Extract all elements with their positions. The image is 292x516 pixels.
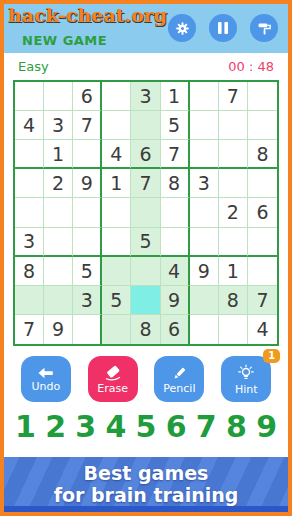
cell-r8c2[interactable]: [44, 286, 73, 315]
cell-r8c9[interactable]: 7: [248, 286, 277, 315]
settings-button[interactable]: [168, 14, 196, 42]
header-buttons: [168, 14, 278, 42]
cell-r6c7[interactable]: [190, 228, 219, 257]
cell-r7c3[interactable]: 5: [73, 257, 102, 286]
cell-r6c4[interactable]: [102, 228, 131, 257]
cell-r3c9[interactable]: 8: [248, 140, 277, 169]
cell-r9c1[interactable]: 7: [15, 315, 44, 344]
erase-label: Erase: [97, 383, 128, 394]
controls-bar: Undo Erase Pencil 1: [4, 356, 288, 402]
cell-r9c5[interactable]: 8: [131, 315, 160, 344]
cell-r8c4[interactable]: 5: [102, 286, 131, 315]
cell-r2c4[interactable]: [102, 111, 131, 140]
hint-button[interactable]: 1 Hint: [221, 356, 271, 402]
cell-r8c8[interactable]: 8: [219, 286, 248, 315]
erase-button[interactable]: Erase: [88, 356, 138, 402]
ad-banner-line1: Best games: [4, 463, 288, 485]
cell-r7c2[interactable]: [44, 257, 73, 286]
cell-r9c3[interactable]: [73, 315, 102, 344]
numpad-digit-2[interactable]: 2: [45, 412, 66, 442]
numpad-digit-4[interactable]: 4: [105, 412, 126, 442]
cell-r5c8[interactable]: 2: [219, 198, 248, 227]
cell-r2c8[interactable]: [219, 111, 248, 140]
numpad-digit-6[interactable]: 6: [166, 412, 187, 442]
cell-r8c7[interactable]: [190, 286, 219, 315]
cell-r9c6[interactable]: 6: [161, 315, 190, 344]
numpad-digit-1[interactable]: 1: [15, 412, 36, 442]
cell-r6c3[interactable]: [73, 228, 102, 257]
cell-r1c3[interactable]: 6: [73, 82, 102, 111]
cell-r7c6[interactable]: 4: [161, 257, 190, 286]
cell-r1c2[interactable]: [44, 82, 73, 111]
ad-banner-line2: for brain training: [4, 485, 288, 507]
cell-r7c1[interactable]: 8: [15, 257, 44, 286]
undo-button[interactable]: Undo: [21, 356, 71, 402]
cell-r8c5[interactable]: [131, 286, 160, 315]
watermark: hack-cheat.org: [8, 4, 167, 26]
cell-r1c8[interactable]: 7: [219, 82, 248, 111]
lightbulb-icon: [236, 364, 256, 383]
cell-r5c7[interactable]: [190, 198, 219, 227]
cell-r9c2[interactable]: 9: [44, 315, 73, 344]
cell-r9c9[interactable]: 4: [248, 315, 277, 344]
cell-r9c8[interactable]: [219, 315, 248, 344]
cell-r6c8[interactable]: [219, 228, 248, 257]
cell-r9c4[interactable]: [102, 315, 131, 344]
cell-r7c9[interactable]: [248, 257, 277, 286]
cell-r3c3[interactable]: [73, 140, 102, 169]
paint-roller-icon: [257, 21, 272, 36]
cell-r3c7[interactable]: [190, 140, 219, 169]
cell-r4c3[interactable]: 9: [73, 169, 102, 198]
cell-r7c5[interactable]: [131, 257, 160, 286]
cell-r3c4[interactable]: 4: [102, 140, 131, 169]
cell-r6c5[interactable]: 5: [131, 228, 160, 257]
cell-r4c2[interactable]: 2: [44, 169, 73, 198]
ad-banner-strip: [4, 506, 288, 512]
gear-icon: [175, 21, 190, 36]
cell-r5c2[interactable]: [44, 198, 73, 227]
numpad-digit-3[interactable]: 3: [75, 412, 96, 442]
cell-r1c6[interactable]: 1: [161, 82, 190, 111]
cell-r1c5[interactable]: 3: [131, 82, 160, 111]
cell-r3c8[interactable]: [219, 140, 248, 169]
cell-r7c7[interactable]: 9: [190, 257, 219, 286]
cell-r3c6[interactable]: 7: [161, 140, 190, 169]
cell-r8c1[interactable]: [15, 286, 44, 315]
theme-button[interactable]: [250, 14, 278, 42]
cell-r1c4[interactable]: [102, 82, 131, 111]
ad-banner[interactable]: Best games for brain training: [4, 457, 288, 512]
cell-r8c3[interactable]: 3: [73, 286, 102, 315]
cell-r7c4[interactable]: [102, 257, 131, 286]
cell-r3c5[interactable]: 6: [131, 140, 160, 169]
pencil-label: Pencil: [163, 383, 195, 394]
cell-r4c7[interactable]: 3: [190, 169, 219, 198]
cell-r5c4[interactable]: [102, 198, 131, 227]
cell-r2c9[interactable]: [248, 111, 277, 140]
cell-r4c6[interactable]: 8: [161, 169, 190, 198]
page-title: NEW GAME: [22, 33, 107, 48]
numpad-digit-7[interactable]: 7: [196, 412, 217, 442]
cell-r6c2[interactable]: [44, 228, 73, 257]
pause-icon: [217, 21, 229, 35]
pause-button[interactable]: [209, 14, 237, 42]
cell-r4c1[interactable]: [15, 169, 44, 198]
cell-r5c5[interactable]: [131, 198, 160, 227]
numpad-digit-5[interactable]: 5: [136, 412, 157, 442]
pencil-button[interactable]: Pencil: [154, 356, 204, 402]
cell-r2c2[interactable]: 3: [44, 111, 73, 140]
cell-r2c6[interactable]: 5: [161, 111, 190, 140]
undo-label: Undo: [31, 381, 60, 392]
number-pad: 123456789: [4, 402, 288, 452]
cell-r5c1[interactable]: [15, 198, 44, 227]
cell-r6c6[interactable]: [161, 228, 190, 257]
app-window: hack-cheat.org NEW GAME: [0, 0, 292, 516]
pencil-icon: [171, 365, 188, 382]
cell-r6c1[interactable]: 3: [15, 228, 44, 257]
cell-r3c2[interactable]: 1: [44, 140, 73, 169]
cell-r4c8[interactable]: [219, 169, 248, 198]
cell-r5c3[interactable]: [73, 198, 102, 227]
cell-r9c7[interactable]: [190, 315, 219, 344]
timer: 00 : 48: [228, 59, 274, 74]
cell-r1c1[interactable]: [15, 82, 44, 111]
cell-r8c6[interactable]: 9: [161, 286, 190, 315]
cell-r3c1[interactable]: [15, 140, 44, 169]
numpad-digit-9[interactable]: 9: [256, 412, 277, 442]
cell-r7c8[interactable]: 1: [219, 257, 248, 286]
cell-r4c9[interactable]: [248, 169, 277, 198]
status-row: Easy 00 : 48: [4, 53, 288, 80]
sudoku-grid: 63174375146782917832635854913598779864: [13, 80, 279, 346]
cell-r1c7[interactable]: [190, 82, 219, 111]
hint-badge: 1: [263, 349, 280, 363]
undo-arrow-icon: [37, 366, 55, 380]
header: hack-cheat.org NEW GAME: [4, 4, 288, 53]
numpad-digit-8[interactable]: 8: [226, 412, 247, 442]
cell-r2c3[interactable]: 7: [73, 111, 102, 140]
cell-r4c4[interactable]: 1: [102, 169, 131, 198]
difficulty-label: Easy: [18, 59, 49, 74]
cell-r1c9[interactable]: [248, 82, 277, 111]
hint-label: Hint: [235, 384, 258, 395]
cell-r5c9[interactable]: 6: [248, 198, 277, 227]
cell-r2c5[interactable]: [131, 111, 160, 140]
cell-r2c7[interactable]: [190, 111, 219, 140]
cell-r2c1[interactable]: 4: [15, 111, 44, 140]
cell-r6c9[interactable]: [248, 228, 277, 257]
eraser-icon: [103, 364, 123, 382]
cell-r4c5[interactable]: 7: [131, 169, 160, 198]
cell-r5c6[interactable]: [161, 198, 190, 227]
